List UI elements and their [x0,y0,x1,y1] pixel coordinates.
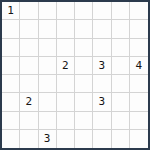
cell-r1c8[interactable] [130,2,148,20]
cell-r1c5[interactable] [75,2,93,20]
cell-r5c4[interactable] [57,75,75,93]
cell-r7c4[interactable] [57,112,75,130]
cell-r6c1[interactable] [2,93,20,111]
cell-r1c7[interactable] [112,2,130,20]
cell-r2c7[interactable] [112,20,130,38]
clue-cell-r6c2[interactable]: 2 [20,93,38,111]
cell-r1c6[interactable] [93,2,111,20]
cell-r4c5[interactable] [75,57,93,75]
cell-r8c6[interactable] [93,130,111,148]
clue-cell-r4c6[interactable]: 3 [93,57,111,75]
cell-r2c2[interactable] [20,20,38,38]
puzzle-board: 1234233 [0,0,150,150]
cell-r5c5[interactable] [75,75,93,93]
cell-r7c6[interactable] [93,112,111,130]
cell-r2c3[interactable] [39,20,57,38]
cell-r2c5[interactable] [75,20,93,38]
cell-r3c2[interactable] [20,39,38,57]
cell-r7c8[interactable] [130,112,148,130]
cell-r3c3[interactable] [39,39,57,57]
cell-r2c4[interactable] [57,20,75,38]
cell-r6c3[interactable] [39,93,57,111]
cell-r8c5[interactable] [75,130,93,148]
cell-r5c2[interactable] [20,75,38,93]
clue-cell-r4c4[interactable]: 2 [57,57,75,75]
cell-r1c4[interactable] [57,2,75,20]
cell-r5c7[interactable] [112,75,130,93]
cell-r6c4[interactable] [57,93,75,111]
clue-cell-r4c8[interactable]: 4 [130,57,148,75]
clue-cell-r6c6[interactable]: 3 [93,93,111,111]
cell-r2c6[interactable] [93,20,111,38]
clue-cell-r8c3[interactable]: 3 [39,130,57,148]
cell-r3c7[interactable] [112,39,130,57]
cell-r7c5[interactable] [75,112,93,130]
cell-r3c1[interactable] [2,39,20,57]
cell-r6c5[interactable] [75,93,93,111]
cell-r5c6[interactable] [93,75,111,93]
cell-r1c3[interactable] [39,2,57,20]
cell-r7c7[interactable] [112,112,130,130]
clue-cell-r1c1[interactable]: 1 [2,2,20,20]
cell-r4c1[interactable] [2,57,20,75]
cell-r4c3[interactable] [39,57,57,75]
cell-r8c8[interactable] [130,130,148,148]
cell-r2c8[interactable] [130,20,148,38]
cell-r7c2[interactable] [20,112,38,130]
cell-r8c1[interactable] [2,130,20,148]
cell-r8c7[interactable] [112,130,130,148]
cell-r3c4[interactable] [57,39,75,57]
cell-r3c8[interactable] [130,39,148,57]
cell-r5c3[interactable] [39,75,57,93]
cell-r3c5[interactable] [75,39,93,57]
cell-r8c2[interactable] [20,130,38,148]
cell-r3c6[interactable] [93,39,111,57]
cell-r8c4[interactable] [57,130,75,148]
cell-r1c2[interactable] [20,2,38,20]
cell-r2c1[interactable] [2,20,20,38]
cell-r6c7[interactable] [112,93,130,111]
cell-r4c2[interactable] [20,57,38,75]
cell-r5c8[interactable] [130,75,148,93]
cell-r5c1[interactable] [2,75,20,93]
cell-r7c1[interactable] [2,112,20,130]
cell-r4c7[interactable] [112,57,130,75]
cell-r6c8[interactable] [130,93,148,111]
cell-r7c3[interactable] [39,112,57,130]
